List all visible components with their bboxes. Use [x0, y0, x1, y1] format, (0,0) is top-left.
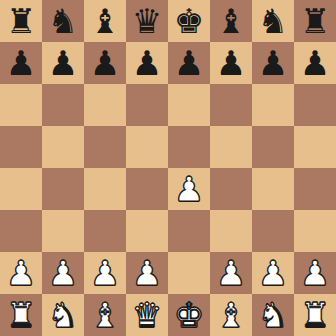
square-e5[interactable] [168, 126, 210, 168]
black-knight[interactable]: ♞ [258, 0, 288, 42]
white-knight[interactable]: ♞ [258, 294, 288, 336]
square-a1[interactable]: ♜ [0, 294, 42, 336]
square-e7[interactable]: ♟ [168, 42, 210, 84]
square-a5[interactable] [0, 126, 42, 168]
white-pawn[interactable]: ♟ [132, 252, 162, 294]
square-f7[interactable]: ♟ [210, 42, 252, 84]
white-bishop[interactable]: ♝ [90, 294, 120, 336]
black-pawn[interactable]: ♟ [258, 42, 288, 84]
square-e3[interactable] [168, 210, 210, 252]
square-h3[interactable] [294, 210, 336, 252]
white-knight[interactable]: ♞ [48, 294, 78, 336]
square-d4[interactable] [126, 168, 168, 210]
black-bishop[interactable]: ♝ [216, 0, 246, 42]
square-b6[interactable] [42, 84, 84, 126]
square-f2[interactable]: ♟ [210, 252, 252, 294]
square-d2[interactable]: ♟ [126, 252, 168, 294]
white-king[interactable]: ♚ [174, 294, 204, 336]
square-h5[interactable] [294, 126, 336, 168]
square-a2[interactable]: ♟ [0, 252, 42, 294]
black-knight[interactable]: ♞ [48, 0, 78, 42]
square-d6[interactable] [126, 84, 168, 126]
white-pawn[interactable]: ♟ [300, 252, 330, 294]
white-queen[interactable]: ♛ [132, 294, 162, 336]
square-f6[interactable] [210, 84, 252, 126]
square-d7[interactable]: ♟ [126, 42, 168, 84]
square-g5[interactable] [252, 126, 294, 168]
black-pawn[interactable]: ♟ [48, 42, 78, 84]
square-e2[interactable] [168, 252, 210, 294]
black-king[interactable]: ♚ [174, 0, 204, 42]
white-pawn[interactable]: ♟ [174, 168, 204, 210]
black-pawn[interactable]: ♟ [300, 42, 330, 84]
white-pawn[interactable]: ♟ [216, 252, 246, 294]
square-d8[interactable]: ♛ [126, 0, 168, 42]
square-c6[interactable] [84, 84, 126, 126]
white-pawn[interactable]: ♟ [48, 252, 78, 294]
square-d5[interactable] [126, 126, 168, 168]
square-c5[interactable] [84, 126, 126, 168]
square-f5[interactable] [210, 126, 252, 168]
square-h4[interactable] [294, 168, 336, 210]
square-c2[interactable]: ♟ [84, 252, 126, 294]
square-b8[interactable]: ♞ [42, 0, 84, 42]
square-d1[interactable]: ♛ [126, 294, 168, 336]
black-rook[interactable]: ♜ [300, 0, 330, 42]
square-b4[interactable] [42, 168, 84, 210]
square-a6[interactable] [0, 84, 42, 126]
square-c7[interactable]: ♟ [84, 42, 126, 84]
square-c3[interactable] [84, 210, 126, 252]
square-b5[interactable] [42, 126, 84, 168]
square-g3[interactable] [252, 210, 294, 252]
black-pawn[interactable]: ♟ [90, 42, 120, 84]
white-pawn[interactable]: ♟ [90, 252, 120, 294]
white-bishop[interactable]: ♝ [216, 294, 246, 336]
white-pawn[interactable]: ♟ [6, 252, 36, 294]
black-pawn[interactable]: ♟ [216, 42, 246, 84]
square-c1[interactable]: ♝ [84, 294, 126, 336]
square-e8[interactable]: ♚ [168, 0, 210, 42]
square-f1[interactable]: ♝ [210, 294, 252, 336]
square-g1[interactable]: ♞ [252, 294, 294, 336]
square-a7[interactable]: ♟ [0, 42, 42, 84]
square-f8[interactable]: ♝ [210, 0, 252, 42]
white-pawn[interactable]: ♟ [258, 252, 288, 294]
square-h2[interactable]: ♟ [294, 252, 336, 294]
black-bishop[interactable]: ♝ [90, 0, 120, 42]
square-g2[interactable]: ♟ [252, 252, 294, 294]
square-g8[interactable]: ♞ [252, 0, 294, 42]
square-e6[interactable] [168, 84, 210, 126]
square-b2[interactable]: ♟ [42, 252, 84, 294]
square-a3[interactable] [0, 210, 42, 252]
square-b1[interactable]: ♞ [42, 294, 84, 336]
square-g4[interactable] [252, 168, 294, 210]
square-e4[interactable]: ♟ [168, 168, 210, 210]
square-b7[interactable]: ♟ [42, 42, 84, 84]
square-e1[interactable]: ♚ [168, 294, 210, 336]
black-pawn[interactable]: ♟ [6, 42, 36, 84]
square-h7[interactable]: ♟ [294, 42, 336, 84]
square-g6[interactable] [252, 84, 294, 126]
square-h6[interactable] [294, 84, 336, 126]
square-g7[interactable]: ♟ [252, 42, 294, 84]
square-d3[interactable] [126, 210, 168, 252]
black-pawn[interactable]: ♟ [132, 42, 162, 84]
white-rook[interactable]: ♜ [6, 294, 36, 336]
square-f3[interactable] [210, 210, 252, 252]
square-a8[interactable]: ♜ [0, 0, 42, 42]
square-c4[interactable] [84, 168, 126, 210]
chess-board: ♜♞♝♛♚♝♞♜♟♟♟♟♟♟♟♟♟♟♟♟♟♟♟♟♜♞♝♛♚♝♞♜ [0, 0, 336, 336]
square-f4[interactable] [210, 168, 252, 210]
white-rook[interactable]: ♜ [300, 294, 330, 336]
black-pawn[interactable]: ♟ [174, 42, 204, 84]
black-rook[interactable]: ♜ [6, 0, 36, 42]
square-b3[interactable] [42, 210, 84, 252]
square-h1[interactable]: ♜ [294, 294, 336, 336]
square-a4[interactable] [0, 168, 42, 210]
black-queen[interactable]: ♛ [132, 0, 162, 42]
square-c8[interactable]: ♝ [84, 0, 126, 42]
square-h8[interactable]: ♜ [294, 0, 336, 42]
